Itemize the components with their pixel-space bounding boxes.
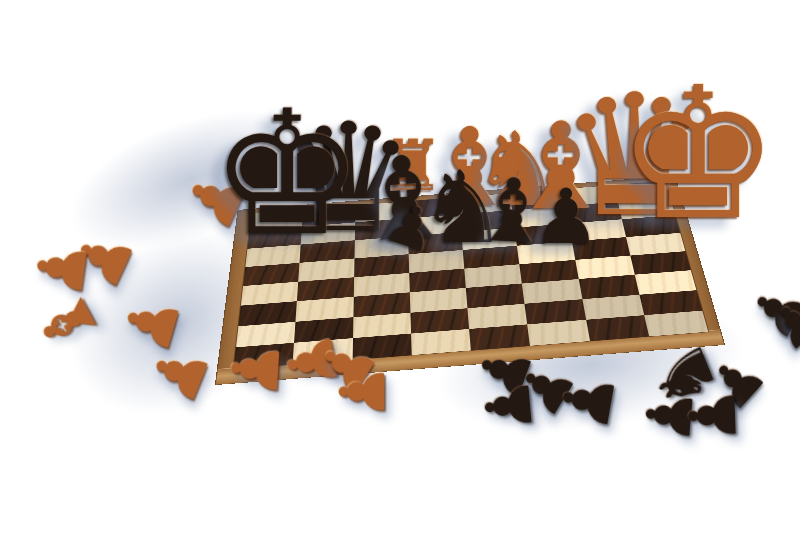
chess-set-photo: ♜♝♞♝♛♚♟♛♚♝♞♝♟♟♟♟♟♝♟♟♟♟♟♟♟♞♟♟♟♟♟♟♟ [0,0,800,533]
pieces-layer: ♜♝♞♝♛♚♟♛♚♝♞♝♟♟♟♟♟♝♟♟♟♟♟♟♟♞♟♟♟♟♟♟♟ [0,0,800,533]
piece-black-pawn-captured[interactable]: ♟ [551,366,626,436]
piece-white-pawn-captured[interactable]: ♟ [140,335,221,412]
piece-white-pawn-captured[interactable]: ♟ [332,364,394,420]
piece-white-pawn-captured[interactable]: ♟ [222,338,290,400]
piece-black-pawn-captured[interactable]: ♟ [476,375,543,436]
piece-black-king-a8[interactable]: ♚ [210,88,364,260]
piece-white-king-h8[interactable]: ♚ [616,63,779,245]
piece-black-pawn-captured[interactable]: ♟ [680,386,746,446]
piece-black-pawn-f7[interactable]: ♟ [532,179,600,255]
